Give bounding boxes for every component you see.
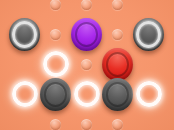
purple-disc[interactable]: [71, 18, 102, 51]
groove-ring-icon: [106, 82, 129, 107]
red-disc[interactable]: [102, 48, 133, 81]
board-cell-r1c1: [40, 19, 71, 49]
empty-hole[interactable]: [112, 0, 123, 10]
highlighted-gray-disc[interactable]: [9, 18, 40, 51]
board-cell-r0c1: [40, 0, 71, 19]
board-cell-r4c3: [102, 109, 133, 130]
board-cell-r2c3: [102, 49, 133, 79]
board-cell-r3c1: [40, 79, 71, 109]
empty-hole[interactable]: [50, 119, 61, 130]
empty-hole[interactable]: [112, 29, 123, 40]
highlight-ring-icon: [12, 21, 37, 48]
board-cell-r3c2: [71, 79, 102, 109]
highlighted-empty-hole[interactable]: [136, 81, 162, 107]
board-cell-r4c2: [71, 109, 102, 130]
gray-disc[interactable]: [102, 78, 133, 111]
highlight-ring-icon: [136, 21, 161, 48]
board-cell-r4c1: [40, 109, 71, 130]
groove-ring-icon: [106, 52, 129, 77]
board-cell-r2c1: [40, 49, 71, 79]
board: [9, 0, 164, 130]
empty-hole[interactable]: [81, 119, 92, 130]
board-cell-r0c3: [102, 0, 133, 19]
board-cell-r1c4: [133, 19, 164, 49]
board-cell-r1c0: [9, 19, 40, 49]
game-board-background: [0, 0, 174, 130]
highlighted-empty-hole[interactable]: [43, 51, 69, 77]
board-cell-r2c2: [71, 49, 102, 79]
board-cell-r3c0: [9, 79, 40, 109]
empty-hole[interactable]: [50, 0, 61, 10]
highlighted-empty-hole[interactable]: [12, 81, 38, 107]
groove-ring-icon: [44, 82, 67, 107]
highlighted-gray-disc[interactable]: [133, 18, 164, 51]
board-cell-r3c3: [102, 79, 133, 109]
board-cell-r0c2: [71, 0, 102, 19]
gray-disc[interactable]: [40, 78, 71, 111]
empty-hole[interactable]: [50, 29, 61, 40]
board-cell-r3c4: [133, 79, 164, 109]
highlighted-empty-hole[interactable]: [74, 81, 100, 107]
board-cell-r1c2: [71, 19, 102, 49]
empty-hole[interactable]: [112, 119, 123, 130]
empty-hole[interactable]: [81, 0, 92, 10]
groove-ring-icon: [75, 22, 98, 47]
board-cell-r1c3: [102, 19, 133, 49]
empty-hole[interactable]: [81, 59, 92, 70]
